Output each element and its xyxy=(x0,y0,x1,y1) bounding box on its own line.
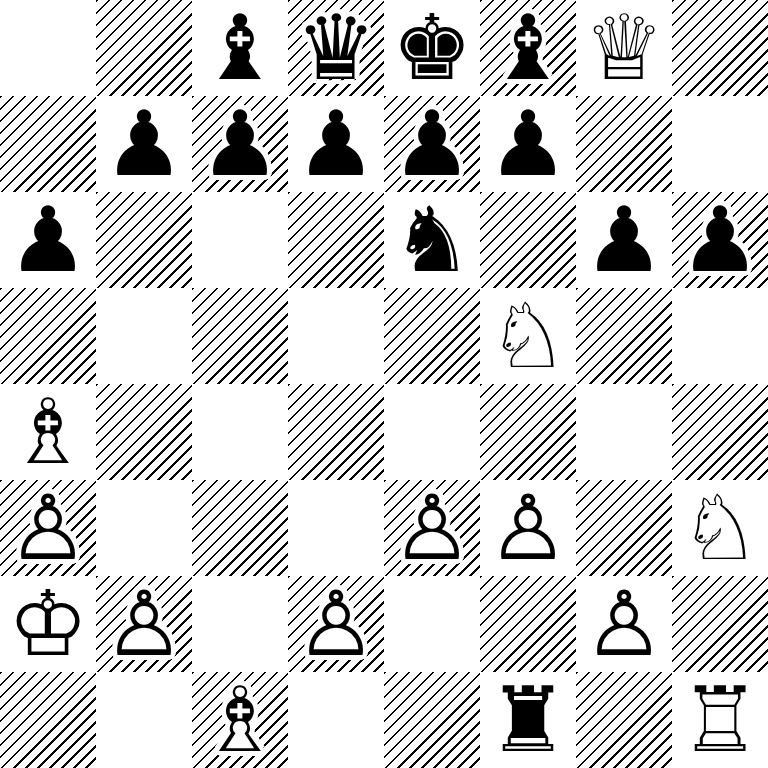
square-f3[interactable]: ♟♙ xyxy=(480,480,576,576)
piece-wP-g2[interactable]: ♟♙ xyxy=(576,576,672,672)
piece-glyph: ♔ xyxy=(8,576,89,672)
piece-bP-h6[interactable]: ♟♟ xyxy=(672,192,768,288)
piece-glyph: ♜ xyxy=(488,672,569,768)
piece-wP-d2[interactable]: ♟♙ xyxy=(288,576,384,672)
square-d6[interactable] xyxy=(288,192,384,288)
square-g3[interactable] xyxy=(576,480,672,576)
piece-wN-f5[interactable]: ♞♘ xyxy=(480,288,576,384)
piece-bP-g6[interactable]: ♟♟ xyxy=(576,192,672,288)
square-g7[interactable] xyxy=(576,96,672,192)
square-d1[interactable] xyxy=(288,672,384,768)
square-a3[interactable]: ♟♙ xyxy=(0,480,96,576)
piece-glyph: ♟ xyxy=(680,192,761,288)
piece-glyph: ♟ xyxy=(392,96,473,192)
square-h2[interactable] xyxy=(672,576,768,672)
square-h7[interactable] xyxy=(672,96,768,192)
piece-glyph: ♙ xyxy=(8,480,89,576)
piece-bQ-d8[interactable]: ♛♛ xyxy=(288,0,384,96)
square-a8[interactable] xyxy=(0,0,96,96)
square-a4[interactable]: ♝♗ xyxy=(0,384,96,480)
piece-glyph: ♙ xyxy=(584,576,665,672)
piece-glyph: ♟ xyxy=(584,192,665,288)
square-b4[interactable] xyxy=(96,384,192,480)
piece-glyph: ♝ xyxy=(200,0,281,96)
square-h6[interactable]: ♟♟ xyxy=(672,192,768,288)
square-e6[interactable]: ♞♞ xyxy=(384,192,480,288)
square-f2[interactable] xyxy=(480,576,576,672)
piece-glyph: ♝ xyxy=(488,0,569,96)
piece-glyph: ♕ xyxy=(584,0,665,96)
square-h4[interactable] xyxy=(672,384,768,480)
piece-glyph: ♟ xyxy=(104,96,185,192)
square-b6[interactable] xyxy=(96,192,192,288)
piece-wP-f3[interactable]: ♟♙ xyxy=(480,480,576,576)
square-a6[interactable]: ♟♟ xyxy=(0,192,96,288)
piece-bP-b7[interactable]: ♟♟ xyxy=(96,96,192,192)
square-b3[interactable] xyxy=(96,480,192,576)
square-e1[interactable] xyxy=(384,672,480,768)
piece-glyph: ♚ xyxy=(392,0,473,96)
square-g8[interactable]: ♛♕ xyxy=(576,0,672,96)
piece-bP-f7[interactable]: ♟♟ xyxy=(480,96,576,192)
piece-glyph: ♗ xyxy=(8,384,89,480)
piece-glyph: ♟ xyxy=(488,96,569,192)
piece-wP-e3[interactable]: ♟♙ xyxy=(384,480,480,576)
square-f7[interactable]: ♟♟ xyxy=(480,96,576,192)
piece-wB-c1[interactable]: ♝♗ xyxy=(192,672,288,768)
piece-bB-c8[interactable]: ♝♝ xyxy=(192,0,288,96)
square-e2[interactable] xyxy=(384,576,480,672)
square-c2[interactable] xyxy=(192,576,288,672)
piece-glyph: ♙ xyxy=(296,576,377,672)
square-b7[interactable]: ♟♟ xyxy=(96,96,192,192)
piece-bN-e6[interactable]: ♞♞ xyxy=(384,192,480,288)
square-f6[interactable] xyxy=(480,192,576,288)
piece-glyph: ♞ xyxy=(392,192,473,288)
square-c1[interactable]: ♝♗ xyxy=(192,672,288,768)
piece-bP-e7[interactable]: ♟♟ xyxy=(384,96,480,192)
square-c5[interactable] xyxy=(192,288,288,384)
square-g5[interactable] xyxy=(576,288,672,384)
piece-wQ-g8[interactable]: ♛♕ xyxy=(576,0,672,96)
piece-glyph: ♛ xyxy=(296,0,377,96)
chess-board: ♝♝♛♛♚♚♝♝♛♕♟♟♟♟♟♟♟♟♟♟♟♟♞♞♟♟♟♟♞♘♝♗♟♙♟♙♟♙♞♘… xyxy=(0,0,768,768)
piece-wP-a3[interactable]: ♟♙ xyxy=(0,480,96,576)
square-g2[interactable]: ♟♙ xyxy=(576,576,672,672)
square-c7[interactable]: ♟♟ xyxy=(192,96,288,192)
square-h3[interactable]: ♞♘ xyxy=(672,480,768,576)
square-h8[interactable] xyxy=(672,0,768,96)
piece-glyph: ♙ xyxy=(104,576,185,672)
piece-wN-h3[interactable]: ♞♘ xyxy=(672,480,768,576)
square-e4[interactable] xyxy=(384,384,480,480)
square-d3[interactable] xyxy=(288,480,384,576)
square-f5[interactable]: ♞♘ xyxy=(480,288,576,384)
piece-bP-d7[interactable]: ♟♟ xyxy=(288,96,384,192)
square-g6[interactable]: ♟♟ xyxy=(576,192,672,288)
square-d7[interactable]: ♟♟ xyxy=(288,96,384,192)
piece-bP-c7[interactable]: ♟♟ xyxy=(192,96,288,192)
piece-glyph: ♟ xyxy=(8,192,89,288)
square-e7[interactable]: ♟♟ xyxy=(384,96,480,192)
square-e8[interactable]: ♚♚ xyxy=(384,0,480,96)
piece-bR-f1[interactable]: ♜♜ xyxy=(480,672,576,768)
square-a1[interactable] xyxy=(0,672,96,768)
square-a2[interactable]: ♚♔ xyxy=(0,576,96,672)
square-b1[interactable] xyxy=(96,672,192,768)
piece-glyph: ♙ xyxy=(488,480,569,576)
square-d8[interactable]: ♛♛ xyxy=(288,0,384,96)
square-b2[interactable]: ♟♙ xyxy=(96,576,192,672)
square-c4[interactable] xyxy=(192,384,288,480)
square-a5[interactable] xyxy=(0,288,96,384)
piece-wP-b2[interactable]: ♟♙ xyxy=(96,576,192,672)
square-f4[interactable] xyxy=(480,384,576,480)
piece-bK-e8[interactable]: ♚♚ xyxy=(384,0,480,96)
piece-wK-a2[interactable]: ♚♔ xyxy=(0,576,96,672)
square-d2[interactable]: ♟♙ xyxy=(288,576,384,672)
piece-glyph: ♘ xyxy=(488,288,569,384)
piece-glyph: ♖ xyxy=(680,672,761,768)
square-e5[interactable] xyxy=(384,288,480,384)
piece-glyph: ♟ xyxy=(296,96,377,192)
piece-glyph: ♗ xyxy=(200,672,281,768)
square-d5[interactable] xyxy=(288,288,384,384)
piece-glyph: ♙ xyxy=(392,480,473,576)
piece-wB-a4[interactable]: ♝♗ xyxy=(0,384,96,480)
square-a7[interactable] xyxy=(0,96,96,192)
square-h1[interactable]: ♜♖ xyxy=(672,672,768,768)
square-c6[interactable] xyxy=(192,192,288,288)
square-c8[interactable]: ♝♝ xyxy=(192,0,288,96)
square-f1[interactable]: ♜♜ xyxy=(480,672,576,768)
square-e3[interactable]: ♟♙ xyxy=(384,480,480,576)
square-g1[interactable] xyxy=(576,672,672,768)
piece-wR-h1[interactable]: ♜♖ xyxy=(672,672,768,768)
square-h5[interactable] xyxy=(672,288,768,384)
square-f8[interactable]: ♝♝ xyxy=(480,0,576,96)
piece-bB-f8[interactable]: ♝♝ xyxy=(480,0,576,96)
piece-glyph: ♘ xyxy=(680,480,761,576)
square-b8[interactable] xyxy=(96,0,192,96)
square-g4[interactable] xyxy=(576,384,672,480)
piece-bP-a6[interactable]: ♟♟ xyxy=(0,192,96,288)
square-d4[interactable] xyxy=(288,384,384,480)
square-b5[interactable] xyxy=(96,288,192,384)
piece-glyph: ♟ xyxy=(200,96,281,192)
square-c3[interactable] xyxy=(192,480,288,576)
